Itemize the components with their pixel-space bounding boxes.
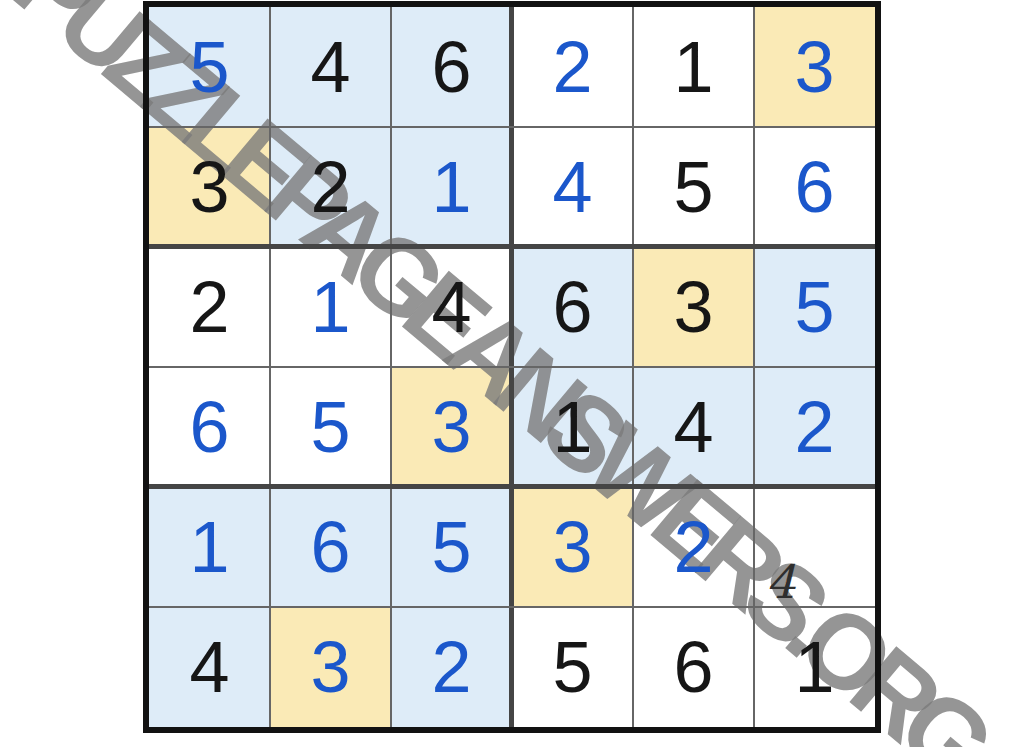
cell-digit: 1 <box>552 391 592 463</box>
cell-digit: 4 <box>310 31 350 103</box>
cell-r3c6[interactable]: 5 <box>754 247 875 367</box>
cell-r5c2[interactable]: 6 <box>270 487 391 607</box>
cell-digit: 3 <box>189 151 229 223</box>
cell-digit: 6 <box>431 31 471 103</box>
cell-r2c6[interactable]: 6 <box>754 127 875 247</box>
cell-digit: 2 <box>794 391 834 463</box>
cell-digit: 3 <box>431 391 471 463</box>
grid-line-horizontal-3 <box>149 366 875 368</box>
grid-line-horizontal-4 <box>149 484 875 489</box>
cell-digit: 4 <box>673 391 713 463</box>
cell-digit: 6 <box>310 511 350 583</box>
cell-digit: 5 <box>552 631 592 703</box>
sudoku-board: 546213321456214635653142165324432561 <box>143 1 881 733</box>
grid-line-horizontal-2 <box>149 244 875 249</box>
cell-r6c3[interactable]: 2 <box>391 607 512 727</box>
cell-r6c5[interactable]: 6 <box>633 607 754 727</box>
cell-digit: 1 <box>189 511 229 583</box>
cell-r3c2[interactable]: 1 <box>270 247 391 367</box>
cell-digit: 5 <box>189 31 229 103</box>
cell-digit: 2 <box>552 31 592 103</box>
cell-r1c5[interactable]: 1 <box>633 7 754 127</box>
cell-digit: 2 <box>310 151 350 223</box>
cell-r1c1[interactable]: 5 <box>149 7 270 127</box>
cell-r6c1[interactable]: 4 <box>149 607 270 727</box>
cell-r1c3[interactable]: 6 <box>391 7 512 127</box>
cell-digit: 5 <box>794 271 834 343</box>
cell-r1c6[interactable]: 3 <box>754 7 875 127</box>
cell-r2c3[interactable]: 1 <box>391 127 512 247</box>
cell-r5c1[interactable]: 1 <box>149 487 270 607</box>
cell-digit: 2 <box>673 511 713 583</box>
cell-r2c2[interactable]: 2 <box>270 127 391 247</box>
cell-digit: 3 <box>794 31 834 103</box>
cell-digit: 5 <box>673 151 713 223</box>
cell-digit: 5 <box>431 511 471 583</box>
cell-digit: 3 <box>552 511 592 583</box>
cell-digit: 3 <box>310 631 350 703</box>
cell-r4c2[interactable]: 5 <box>270 367 391 487</box>
cell-r5c5[interactable]: 2 <box>633 487 754 607</box>
cell-r6c2[interactable]: 3 <box>270 607 391 727</box>
cell-r1c2[interactable]: 4 <box>270 7 391 127</box>
cell-r4c4[interactable]: 1 <box>512 367 633 487</box>
cell-digit: 4 <box>552 151 592 223</box>
cell-digit: 1 <box>431 151 471 223</box>
cell-r4c6[interactable]: 2 <box>754 367 875 487</box>
cell-digit: 4 <box>189 631 229 703</box>
cell-digit: 4 <box>431 271 471 343</box>
cell-digit: 1 <box>673 31 713 103</box>
cell-digit: 2 <box>189 271 229 343</box>
cell-r4c5[interactable]: 4 <box>633 367 754 487</box>
cell-r4c1[interactable]: 6 <box>149 367 270 487</box>
cell-r3c4[interactable]: 6 <box>512 247 633 367</box>
cell-r3c1[interactable]: 2 <box>149 247 270 367</box>
cell-digit: 3 <box>673 271 713 343</box>
grid-line-horizontal-5 <box>149 606 875 608</box>
cell-digit: 6 <box>794 151 834 223</box>
cell-r6c6[interactable]: 1 <box>754 607 875 727</box>
cell-r3c5[interactable]: 3 <box>633 247 754 367</box>
cell-r6c4[interactable]: 5 <box>512 607 633 727</box>
cell-digit: 5 <box>310 391 350 463</box>
cell-r3c3[interactable]: 4 <box>391 247 512 367</box>
pencil-mark: 4 <box>766 559 795 605</box>
grid-line-horizontal-1 <box>149 126 875 128</box>
cell-r2c5[interactable]: 5 <box>633 127 754 247</box>
cell-r5c6[interactable]: 4 <box>754 487 875 607</box>
cell-digit: 6 <box>189 391 229 463</box>
cell-r4c3[interactable]: 3 <box>391 367 512 487</box>
cell-r1c4[interactable]: 2 <box>512 7 633 127</box>
screenshot-stage: PUZZLEPAGEANSWERS.ORG 546213321456214635… <box>0 0 1024 747</box>
cell-r5c4[interactable]: 3 <box>512 487 633 607</box>
cell-r2c1[interactable]: 3 <box>149 127 270 247</box>
cell-digit: 6 <box>673 631 713 703</box>
cell-digit: 1 <box>794 631 834 703</box>
cell-digit: 1 <box>310 271 350 343</box>
cell-r2c4[interactable]: 4 <box>512 127 633 247</box>
cell-digit: 2 <box>431 631 471 703</box>
cell-digit: 6 <box>552 271 592 343</box>
cell-r5c3[interactable]: 5 <box>391 487 512 607</box>
